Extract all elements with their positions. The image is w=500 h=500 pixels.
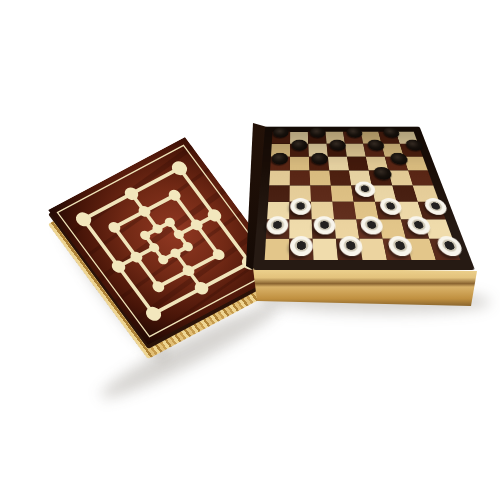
square-r7c3[interactable] xyxy=(312,220,336,239)
square-r7c1[interactable] xyxy=(266,220,290,239)
checkers-board-perspective xyxy=(253,48,475,270)
product-photo-scene xyxy=(0,0,500,500)
black-piece[interactable] xyxy=(273,127,289,137)
black-piece[interactable] xyxy=(271,153,288,165)
checkers-board[interactable] xyxy=(253,127,475,270)
square-r8c4[interactable] xyxy=(336,239,363,260)
black-piece[interactable] xyxy=(291,140,307,151)
square-r8c2[interactable] xyxy=(289,239,313,260)
black-piece[interactable] xyxy=(329,140,346,151)
white-piece[interactable] xyxy=(290,198,311,215)
black-piece[interactable] xyxy=(310,127,326,137)
black-piece[interactable] xyxy=(311,153,329,165)
white-piece[interactable] xyxy=(313,216,336,234)
